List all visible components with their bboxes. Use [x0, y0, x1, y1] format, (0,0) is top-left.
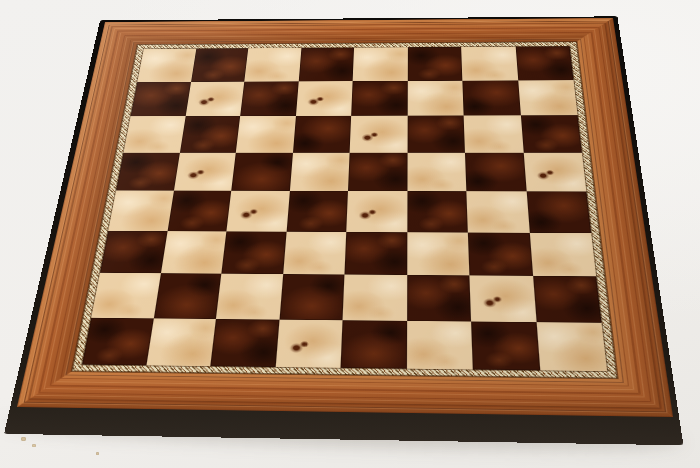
square-f8[interactable]: [407, 47, 462, 81]
playing-area: [82, 46, 607, 371]
square-f2[interactable]: [407, 275, 471, 321]
square-c5[interactable]: [231, 152, 292, 190]
square-e3[interactable]: [344, 232, 406, 275]
square-b3[interactable]: [160, 231, 226, 274]
square-f3[interactable]: [407, 232, 470, 276]
square-g8[interactable]: [461, 47, 518, 81]
square-f4[interactable]: [407, 191, 468, 232]
square-h2[interactable]: [533, 276, 602, 323]
square-d4[interactable]: [286, 191, 348, 232]
square-e4[interactable]: [346, 191, 407, 232]
square-d8[interactable]: [298, 48, 354, 81]
dust-speck: [21, 437, 26, 441]
dust-speck: [32, 444, 36, 447]
photo-background: [0, 0, 700, 468]
square-f5[interactable]: [407, 152, 466, 191]
square-b4[interactable]: [167, 191, 231, 231]
chess-board: [17, 18, 673, 417]
square-d3[interactable]: [283, 231, 347, 274]
square-d6[interactable]: [293, 116, 352, 153]
square-c3[interactable]: [221, 231, 286, 274]
square-b2[interactable]: [153, 273, 221, 318]
square-h4[interactable]: [526, 191, 591, 232]
square-b7[interactable]: [185, 81, 244, 116]
square-e8[interactable]: [353, 47, 408, 81]
square-d7[interactable]: [295, 81, 352, 116]
square-c6[interactable]: [236, 116, 296, 153]
square-g2[interactable]: [469, 275, 536, 321]
square-f6[interactable]: [407, 116, 465, 153]
square-g7[interactable]: [462, 80, 520, 115]
board-surface: [17, 18, 673, 417]
square-a3[interactable]: [100, 231, 167, 274]
square-g4[interactable]: [466, 191, 529, 232]
square-a4[interactable]: [108, 190, 173, 230]
square-d5[interactable]: [289, 152, 349, 191]
square-b6[interactable]: [179, 116, 240, 152]
square-c2[interactable]: [216, 274, 283, 320]
square-a2[interactable]: [91, 273, 160, 318]
square-c8[interactable]: [244, 48, 301, 81]
square-a7[interactable]: [131, 82, 191, 117]
square-e7[interactable]: [351, 81, 407, 116]
square-a6[interactable]: [124, 116, 186, 152]
square-g3[interactable]: [468, 232, 533, 276]
square-h7[interactable]: [518, 80, 578, 115]
square-d1[interactable]: [275, 319, 342, 368]
square-a8[interactable]: [137, 49, 195, 82]
square-b1[interactable]: [146, 318, 216, 366]
square-a1[interactable]: [82, 317, 153, 365]
square-f1[interactable]: [406, 320, 472, 369]
square-h1[interactable]: [536, 322, 607, 371]
square-g1[interactable]: [471, 321, 540, 370]
square-e5[interactable]: [348, 152, 407, 191]
square-e2[interactable]: [343, 275, 407, 321]
square-h3[interactable]: [529, 232, 596, 276]
square-f7[interactable]: [407, 80, 463, 115]
square-g5[interactable]: [465, 152, 526, 191]
square-h6[interactable]: [520, 115, 581, 152]
square-b5[interactable]: [173, 152, 235, 190]
square-g6[interactable]: [464, 115, 524, 152]
square-a5[interactable]: [116, 152, 179, 190]
square-e6[interactable]: [350, 116, 408, 153]
square-c4[interactable]: [226, 191, 289, 232]
square-h8[interactable]: [515, 46, 573, 80]
square-b8[interactable]: [191, 48, 249, 81]
dust-speck: [96, 452, 99, 455]
square-c7[interactable]: [240, 81, 298, 116]
frame-strip-top: [100, 18, 617, 45]
square-d2[interactable]: [279, 274, 344, 320]
square-e1[interactable]: [341, 320, 407, 369]
square-h5[interactable]: [523, 152, 586, 191]
square-c1[interactable]: [210, 319, 279, 367]
